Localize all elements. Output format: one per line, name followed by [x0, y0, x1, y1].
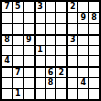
- cell-r9c5[interactable]: [46, 89, 56, 99]
- cell-r6c7[interactable]: [67, 56, 77, 66]
- cell-r6c2[interactable]: [13, 56, 23, 66]
- cell-r4c5[interactable]: [46, 35, 56, 45]
- cell-r4c7[interactable]: 3: [67, 35, 77, 45]
- given-digit: 8: [91, 14, 97, 22]
- cell-r2c5[interactable]: [46, 13, 56, 23]
- given-digit: 4: [80, 79, 86, 87]
- cell-r1c9[interactable]: [89, 2, 99, 12]
- cell-r8c9[interactable]: [89, 78, 99, 88]
- cell-r6c6[interactable]: [56, 56, 66, 66]
- cell-r1c2[interactable]: 5: [13, 2, 23, 12]
- cell-r1c5[interactable]: [46, 2, 56, 12]
- given-digit: 9: [26, 36, 32, 44]
- cell-r7c1[interactable]: [2, 67, 12, 77]
- cell-r7c6[interactable]: 2: [56, 67, 66, 77]
- cell-r4c2[interactable]: [13, 35, 23, 45]
- cell-r9c6[interactable]: [56, 89, 66, 99]
- cell-r7c4[interactable]: [35, 67, 45, 77]
- cell-r8c4[interactable]: [35, 78, 45, 88]
- cell-r4c3[interactable]: 9: [24, 35, 34, 45]
- cell-r9c7[interactable]: [67, 89, 77, 99]
- cell-r4c8[interactable]: [78, 35, 88, 45]
- given-digit: 8: [48, 79, 54, 87]
- given-digit: 1: [15, 90, 21, 98]
- cell-r2c7[interactable]: [67, 13, 77, 23]
- cell-r9c1[interactable]: [2, 89, 12, 99]
- cell-r6c8[interactable]: [78, 56, 88, 66]
- given-digit: 7: [4, 3, 10, 11]
- given-digit: 7: [15, 69, 21, 77]
- cell-r8c3[interactable]: [24, 78, 34, 88]
- given-digit: 3: [70, 36, 76, 44]
- given-digit: 5: [15, 3, 21, 11]
- cell-r9c8[interactable]: [78, 89, 88, 99]
- cell-r3c5[interactable]: [46, 24, 56, 34]
- cell-r4c9[interactable]: [89, 35, 99, 45]
- cell-r5c6[interactable]: [56, 46, 66, 56]
- cell-r8c6[interactable]: [56, 78, 66, 88]
- cell-r2c2[interactable]: [13, 13, 23, 23]
- sudoku-board: 75329889314762841: [0, 0, 101, 101]
- given-digit: 9: [80, 14, 86, 22]
- cell-r5c8[interactable]: [78, 46, 88, 56]
- cell-r5c1[interactable]: [2, 46, 12, 56]
- cell-r4c6[interactable]: [56, 35, 66, 45]
- cell-r3c1[interactable]: [2, 24, 12, 34]
- cell-r4c1[interactable]: 8: [2, 35, 12, 45]
- cell-r9c2[interactable]: 1: [13, 89, 23, 99]
- cell-r3c9[interactable]: [89, 24, 99, 34]
- cell-r5c7[interactable]: [67, 46, 77, 56]
- cell-r7c8[interactable]: [78, 67, 88, 77]
- cell-r5c4[interactable]: 1: [35, 46, 45, 56]
- cell-r5c2[interactable]: [13, 46, 23, 56]
- cell-r1c4[interactable]: 3: [35, 2, 45, 12]
- cell-r3c8[interactable]: [78, 24, 88, 34]
- cell-r5c9[interactable]: [89, 46, 99, 56]
- given-digit: 3: [37, 3, 43, 11]
- cell-r6c4[interactable]: [35, 56, 45, 66]
- cell-r7c9[interactable]: [89, 67, 99, 77]
- cell-r6c5[interactable]: [46, 56, 56, 66]
- cell-r6c9[interactable]: [89, 56, 99, 66]
- cell-r9c4[interactable]: [35, 89, 45, 99]
- cell-r2c8[interactable]: 9: [78, 13, 88, 23]
- cell-r8c8[interactable]: 4: [78, 78, 88, 88]
- cell-r9c9[interactable]: [89, 89, 99, 99]
- given-digit: 2: [70, 3, 76, 11]
- given-digit: 2: [59, 69, 65, 77]
- cell-r6c1[interactable]: 4: [2, 56, 12, 66]
- cell-r2c1[interactable]: [2, 13, 12, 23]
- given-digit: 8: [4, 36, 10, 44]
- cell-r8c2[interactable]: [13, 78, 23, 88]
- given-digit: 1: [37, 46, 43, 54]
- cell-r3c3[interactable]: [24, 24, 34, 34]
- sudoku-puzzle: 75329889314762841: [0, 0, 101, 101]
- cell-r7c5[interactable]: 6: [46, 67, 56, 77]
- cell-r2c3[interactable]: [24, 13, 34, 23]
- cell-r4c4[interactable]: [35, 35, 45, 45]
- cell-r7c7[interactable]: [67, 67, 77, 77]
- cell-r2c6[interactable]: [56, 13, 66, 23]
- given-digit: 6: [48, 69, 54, 77]
- cell-r8c5[interactable]: 8: [46, 78, 56, 88]
- cell-r9c3[interactable]: [24, 89, 34, 99]
- cell-r1c1[interactable]: 7: [2, 2, 12, 12]
- cell-r3c6[interactable]: [56, 24, 66, 34]
- cell-r3c7[interactable]: [67, 24, 77, 34]
- cell-r5c3[interactable]: [24, 46, 34, 56]
- cell-r3c2[interactable]: [13, 24, 23, 34]
- cell-r8c1[interactable]: [2, 78, 12, 88]
- cell-r7c2[interactable]: 7: [13, 67, 23, 77]
- cell-r8c7[interactable]: [67, 78, 77, 88]
- cell-r7c3[interactable]: [24, 67, 34, 77]
- cell-r1c6[interactable]: [56, 2, 66, 12]
- cell-r1c7[interactable]: 2: [67, 2, 77, 12]
- cell-r2c4[interactable]: [35, 13, 45, 23]
- cell-r6c3[interactable]: [24, 56, 34, 66]
- cell-r1c3[interactable]: [24, 2, 34, 12]
- cell-r3c4[interactable]: [35, 24, 45, 34]
- cell-r5c5[interactable]: [46, 46, 56, 56]
- cell-r2c9[interactable]: 8: [89, 13, 99, 23]
- given-digit: 4: [4, 57, 10, 65]
- cell-r1c8[interactable]: [78, 2, 88, 12]
